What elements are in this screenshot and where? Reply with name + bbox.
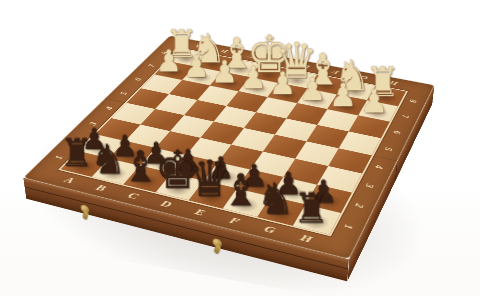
- square-e5: [244, 112, 286, 134]
- piece-black-knight: ♞: [90, 139, 126, 180]
- coordinate-label: 7: [387, 107, 425, 125]
- piece-black-knight: ♞: [257, 177, 295, 220]
- brass-clasp-icon: [79, 204, 91, 221]
- piece-black-bishop: ♝: [122, 145, 158, 187]
- piece-black-bishop: ♝: [222, 168, 259, 212]
- piece-white-pawn: ♟: [355, 86, 393, 118]
- square-d4: [200, 122, 244, 145]
- piece-black-queen: ♛: [188, 154, 225, 204]
- piece-black-rook: ♜: [292, 188, 330, 229]
- brass-clasp-icon: [212, 237, 223, 254]
- chess-set-photo: ♜♞♝♚♛♝♞♜♟♟♟♟♟♟♟♟♟♟♟♟♟♟♟♟♜♞♝♚♛♝♞♜ ABCDEFG…: [0, 0, 480, 296]
- coordinate-label: 8: [395, 93, 432, 110]
- piece-black-king: ♚: [154, 143, 191, 196]
